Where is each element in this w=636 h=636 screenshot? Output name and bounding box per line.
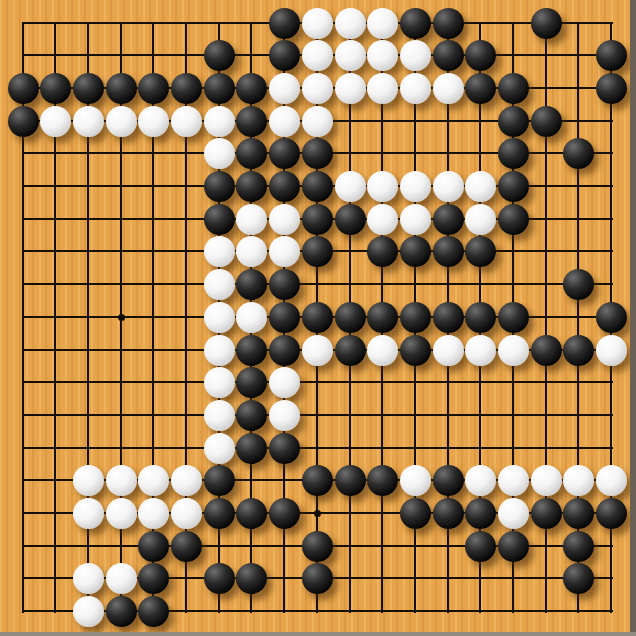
black-stone-C17[interactable]: [73, 73, 104, 104]
white-stone-L17[interactable]: [335, 73, 366, 104]
black-stone-K5[interactable]: [302, 465, 333, 496]
go-board[interactable]: [0, 0, 636, 636]
black-stone-S9[interactable]: [563, 335, 594, 366]
white-stone-G11[interactable]: [204, 269, 235, 300]
white-stone-T5[interactable]: [596, 465, 627, 496]
black-stone-L5[interactable]: [335, 465, 366, 496]
black-stone-J15[interactable]: [269, 138, 300, 169]
star-point: [118, 314, 125, 321]
white-stone-J13[interactable]: [269, 204, 300, 235]
black-stone-P17[interactable]: [465, 73, 496, 104]
black-stone-N9[interactable]: [400, 335, 431, 366]
black-stone-G18[interactable]: [204, 40, 235, 71]
black-stone-G4[interactable]: [204, 498, 235, 529]
white-stone-N5[interactable]: [400, 465, 431, 496]
black-stone-H11[interactable]: [236, 269, 267, 300]
black-stone-O10[interactable]: [433, 302, 464, 333]
white-stone-T9[interactable]: [596, 335, 627, 366]
black-stone-J14[interactable]: [269, 171, 300, 202]
white-stone-G9[interactable]: [204, 335, 235, 366]
black-stone-K12[interactable]: [302, 236, 333, 267]
black-stone-Q15[interactable]: [498, 138, 529, 169]
black-stone-K15[interactable]: [302, 138, 333, 169]
white-stone-J17[interactable]: [269, 73, 300, 104]
black-stone-G2[interactable]: [204, 563, 235, 594]
board-right-edge: [630, 0, 636, 636]
white-stone-S5[interactable]: [563, 465, 594, 496]
black-stone-Q3[interactable]: [498, 531, 529, 562]
black-stone-J18[interactable]: [269, 40, 300, 71]
white-stone-M18[interactable]: [367, 40, 398, 71]
white-stone-D2[interactable]: [106, 563, 137, 594]
white-stone-G15[interactable]: [204, 138, 235, 169]
white-stone-J8[interactable]: [269, 367, 300, 398]
black-stone-L10[interactable]: [335, 302, 366, 333]
black-stone-D1[interactable]: [106, 596, 137, 627]
white-stone-C5[interactable]: [73, 465, 104, 496]
white-stone-D16[interactable]: [106, 106, 137, 137]
black-stone-R9[interactable]: [531, 335, 562, 366]
white-stone-G6[interactable]: [204, 433, 235, 464]
black-stone-J6[interactable]: [269, 433, 300, 464]
black-stone-J19[interactable]: [269, 8, 300, 39]
black-stone-P4[interactable]: [465, 498, 496, 529]
black-stone-J9[interactable]: [269, 335, 300, 366]
black-stone-Q10[interactable]: [498, 302, 529, 333]
white-stone-P13[interactable]: [465, 204, 496, 235]
white-stone-O17[interactable]: [433, 73, 464, 104]
black-stone-L13[interactable]: [335, 204, 366, 235]
white-stone-K18[interactable]: [302, 40, 333, 71]
white-stone-C16[interactable]: [73, 106, 104, 137]
white-stone-C1[interactable]: [73, 596, 104, 627]
black-stone-T10[interactable]: [596, 302, 627, 333]
black-stone-F3[interactable]: [171, 531, 202, 562]
white-stone-M9[interactable]: [367, 335, 398, 366]
black-stone-H8[interactable]: [236, 367, 267, 398]
black-stone-H9[interactable]: [236, 335, 267, 366]
white-stone-D4[interactable]: [106, 498, 137, 529]
white-stone-M14[interactable]: [367, 171, 398, 202]
black-stone-H15[interactable]: [236, 138, 267, 169]
black-stone-H6[interactable]: [236, 433, 267, 464]
white-stone-O14[interactable]: [433, 171, 464, 202]
black-stone-E2[interactable]: [138, 563, 169, 594]
board-bottom-edge: [0, 632, 636, 636]
white-stone-G10[interactable]: [204, 302, 235, 333]
black-stone-G13[interactable]: [204, 204, 235, 235]
white-stone-K9[interactable]: [302, 335, 333, 366]
black-stone-P12[interactable]: [465, 236, 496, 267]
black-stone-M12[interactable]: [367, 236, 398, 267]
black-stone-O19[interactable]: [433, 8, 464, 39]
white-stone-F4[interactable]: [171, 498, 202, 529]
black-stone-L9[interactable]: [335, 335, 366, 366]
white-stone-B16[interactable]: [40, 106, 71, 137]
white-stone-N14[interactable]: [400, 171, 431, 202]
black-stone-Q16[interactable]: [498, 106, 529, 137]
black-stone-O18[interactable]: [433, 40, 464, 71]
white-stone-G8[interactable]: [204, 367, 235, 398]
black-stone-S2[interactable]: [563, 563, 594, 594]
black-stone-F17[interactable]: [171, 73, 202, 104]
black-stone-G5[interactable]: [204, 465, 235, 496]
white-stone-Q4[interactable]: [498, 498, 529, 529]
black-stone-Q14[interactable]: [498, 171, 529, 202]
white-stone-J12[interactable]: [269, 236, 300, 267]
grid-line-horizontal: [22, 414, 613, 416]
white-stone-K16[interactable]: [302, 106, 333, 137]
white-stone-E4[interactable]: [138, 498, 169, 529]
white-stone-E5[interactable]: [138, 465, 169, 496]
black-stone-P18[interactable]: [465, 40, 496, 71]
black-stone-E1[interactable]: [138, 596, 169, 627]
black-stone-P10[interactable]: [465, 302, 496, 333]
black-stone-S4[interactable]: [563, 498, 594, 529]
white-stone-C2[interactable]: [73, 563, 104, 594]
star-point: [314, 510, 321, 517]
black-stone-K3[interactable]: [302, 531, 333, 562]
white-stone-G12[interactable]: [204, 236, 235, 267]
black-stone-H17[interactable]: [236, 73, 267, 104]
black-stone-R16[interactable]: [531, 106, 562, 137]
white-stone-P5[interactable]: [465, 465, 496, 496]
black-stone-G17[interactable]: [204, 73, 235, 104]
white-stone-R5[interactable]: [531, 465, 562, 496]
black-stone-K2[interactable]: [302, 563, 333, 594]
grid-line-horizontal: [22, 381, 613, 383]
black-stone-T18[interactable]: [596, 40, 627, 71]
white-stone-H10[interactable]: [236, 302, 267, 333]
black-stone-T4[interactable]: [596, 498, 627, 529]
black-stone-J10[interactable]: [269, 302, 300, 333]
white-stone-L19[interactable]: [335, 8, 366, 39]
black-stone-B17[interactable]: [40, 73, 71, 104]
black-stone-K14[interactable]: [302, 171, 333, 202]
white-stone-E16[interactable]: [138, 106, 169, 137]
black-stone-K13[interactable]: [302, 204, 333, 235]
black-stone-Q17[interactable]: [498, 73, 529, 104]
black-stone-H14[interactable]: [236, 171, 267, 202]
black-stone-N10[interactable]: [400, 302, 431, 333]
black-stone-D17[interactable]: [106, 73, 137, 104]
black-stone-H4[interactable]: [236, 498, 267, 529]
white-stone-G16[interactable]: [204, 106, 235, 137]
black-stone-E3[interactable]: [138, 531, 169, 562]
black-stone-N12[interactable]: [400, 236, 431, 267]
white-stone-P14[interactable]: [465, 171, 496, 202]
black-stone-J11[interactable]: [269, 269, 300, 300]
white-stone-H13[interactable]: [236, 204, 267, 235]
grid-line-horizontal: [22, 447, 613, 449]
black-stone-N19[interactable]: [400, 8, 431, 39]
white-stone-M19[interactable]: [367, 8, 398, 39]
white-stone-K19[interactable]: [302, 8, 333, 39]
black-stone-S15[interactable]: [563, 138, 594, 169]
black-stone-N4[interactable]: [400, 498, 431, 529]
black-stone-E17[interactable]: [138, 73, 169, 104]
white-stone-M17[interactable]: [367, 73, 398, 104]
black-stone-J4[interactable]: [269, 498, 300, 529]
black-stone-R19[interactable]: [531, 8, 562, 39]
black-stone-H16[interactable]: [236, 106, 267, 137]
black-stone-T17[interactable]: [596, 73, 627, 104]
white-stone-K17[interactable]: [302, 73, 333, 104]
white-stone-N13[interactable]: [400, 204, 431, 235]
white-stone-C4[interactable]: [73, 498, 104, 529]
white-stone-L14[interactable]: [335, 171, 366, 202]
white-stone-J7[interactable]: [269, 400, 300, 431]
black-stone-O4[interactable]: [433, 498, 464, 529]
black-stone-H7[interactable]: [236, 400, 267, 431]
white-stone-N18[interactable]: [400, 40, 431, 71]
white-stone-G7[interactable]: [204, 400, 235, 431]
black-stone-O12[interactable]: [433, 236, 464, 267]
black-stone-M5[interactable]: [367, 465, 398, 496]
white-stone-Q9[interactable]: [498, 335, 529, 366]
white-stone-Q5[interactable]: [498, 465, 529, 496]
black-stone-A17[interactable]: [8, 73, 39, 104]
white-stone-P9[interactable]: [465, 335, 496, 366]
black-stone-P3[interactable]: [465, 531, 496, 562]
black-stone-O5[interactable]: [433, 465, 464, 496]
white-stone-O9[interactable]: [433, 335, 464, 366]
black-stone-H2[interactable]: [236, 563, 267, 594]
black-stone-S11[interactable]: [563, 269, 594, 300]
black-stone-A16[interactable]: [8, 106, 39, 137]
white-stone-F16[interactable]: [171, 106, 202, 137]
white-stone-F5[interactable]: [171, 465, 202, 496]
black-stone-O13[interactable]: [433, 204, 464, 235]
black-stone-M10[interactable]: [367, 302, 398, 333]
white-stone-M13[interactable]: [367, 204, 398, 235]
black-stone-S3[interactable]: [563, 531, 594, 562]
white-stone-J16[interactable]: [269, 106, 300, 137]
white-stone-H12[interactable]: [236, 236, 267, 267]
black-stone-Q13[interactable]: [498, 204, 529, 235]
black-stone-R4[interactable]: [531, 498, 562, 529]
black-stone-G14[interactable]: [204, 171, 235, 202]
black-stone-K10[interactable]: [302, 302, 333, 333]
white-stone-N17[interactable]: [400, 73, 431, 104]
white-stone-L18[interactable]: [335, 40, 366, 71]
white-stone-D5[interactable]: [106, 465, 137, 496]
